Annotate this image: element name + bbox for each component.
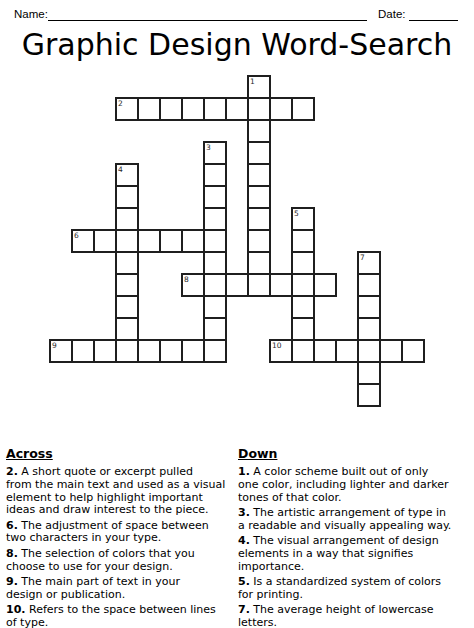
clue-number: 7. xyxy=(238,603,250,616)
across-clue-10: 10. Refers to the space between lines of… xyxy=(6,604,246,628)
grid-cell xyxy=(203,317,227,341)
grid-cell xyxy=(291,97,315,121)
grid-cell xyxy=(291,273,315,297)
grid-cell xyxy=(357,361,381,385)
clue-text: Refers to the space between lines of typ… xyxy=(6,603,216,628)
clue-number: 5. xyxy=(238,575,250,588)
grid-cell xyxy=(291,251,315,275)
grid-cell xyxy=(203,207,227,231)
across-clue-2: 2. A short quote or excerpt pulled from … xyxy=(6,466,246,517)
grid-cell xyxy=(247,185,271,209)
grid-cell xyxy=(203,295,227,319)
clue-text: The main part of text in your design or … xyxy=(6,575,180,601)
grid-cell xyxy=(181,97,205,121)
grid-cell xyxy=(313,339,337,363)
grid-cell xyxy=(115,273,139,297)
clue-number: 9. xyxy=(6,575,18,588)
grid-cell xyxy=(291,339,315,363)
clue-number-in-cell: 1 xyxy=(250,78,255,86)
grid-cell xyxy=(115,185,139,209)
grid-cell xyxy=(203,273,227,297)
grid-cell xyxy=(203,185,227,209)
grid-cell xyxy=(291,295,315,319)
grid-cell xyxy=(269,97,293,121)
grid-cell xyxy=(357,295,381,319)
grid-cell xyxy=(115,251,139,275)
down-clue-3: 3. The artistic arrangement of type in a… xyxy=(238,507,470,533)
grid-cell xyxy=(115,317,139,341)
clue-number: 4. xyxy=(238,534,250,547)
date-blank-line xyxy=(409,19,458,21)
grid-cell xyxy=(115,229,139,253)
clue-number-in-cell: 3 xyxy=(206,144,211,152)
clue-text: The artistic arrangement of type in a re… xyxy=(238,506,451,532)
grid-cell xyxy=(313,273,337,297)
clue-number-in-cell: 6 xyxy=(74,232,79,240)
down-clue-7: 7. The average height of lowercase lette… xyxy=(238,604,470,628)
clue-text: A short quote or excerpt pulled from the… xyxy=(6,465,225,516)
across-clue-6: 6. The adjustment of space between two c… xyxy=(6,520,246,546)
across-clues-section: Across 2. A short quote or excerpt pulle… xyxy=(6,446,246,628)
grid-cell xyxy=(181,339,205,363)
down-clues-section: Down 1. A color scheme built out of only… xyxy=(238,446,470,628)
grid-cell xyxy=(115,207,139,231)
grid-cell xyxy=(247,229,271,253)
name-label: Name: xyxy=(14,8,48,20)
grid-cell xyxy=(225,97,249,121)
grid-cell xyxy=(159,229,183,253)
clue-number-in-cell: 4 xyxy=(118,166,123,174)
grid-cell xyxy=(247,163,271,187)
grid-cell xyxy=(137,97,161,121)
clue-number-in-cell: 10 xyxy=(272,342,282,350)
clue-number: 8. xyxy=(6,547,18,560)
grid-cell xyxy=(203,229,227,253)
clue-text: A color scheme built out of only one col… xyxy=(238,465,449,504)
across-clue-8: 8. The selection of colors that you choo… xyxy=(6,548,246,574)
grid-cell xyxy=(269,273,293,297)
grid-cell xyxy=(247,207,271,231)
clue-number-in-cell: 8 xyxy=(184,276,189,284)
grid-cell xyxy=(225,273,249,297)
clue-number: 10. xyxy=(6,603,26,616)
crossword-grid: 12345678910 xyxy=(49,75,425,407)
grid-cell xyxy=(291,229,315,253)
grid-cell xyxy=(247,251,271,275)
grid-cell xyxy=(203,97,227,121)
across-clue-9: 9. The main part of text in your design … xyxy=(6,576,246,602)
down-clue-5: 5. Is a standardized system of colors fo… xyxy=(238,576,470,602)
clue-text: The visual arrangement of design element… xyxy=(238,534,439,573)
clue-text: The selection of colors that you choose … xyxy=(6,547,195,573)
grid-cell xyxy=(247,273,271,297)
across-heading: Across xyxy=(6,446,246,461)
grid-cell xyxy=(93,339,117,363)
date-label: Date: xyxy=(378,8,406,20)
crossword-worksheet: { "header": { "name_label": "Name:", "da… xyxy=(0,0,474,628)
clue-text: The adjustment of space between two char… xyxy=(6,519,209,545)
clue-number: 1. xyxy=(238,465,250,478)
grid-cell xyxy=(203,339,227,363)
grid-cell xyxy=(357,383,381,407)
name-blank-line xyxy=(48,19,367,21)
down-clue-4: 4. The visual arrangement of design elem… xyxy=(238,535,470,573)
grid-cell xyxy=(159,339,183,363)
clue-number-in-cell: 9 xyxy=(52,342,57,350)
grid-cell xyxy=(357,317,381,341)
grid-cell xyxy=(115,295,139,319)
grid-cell xyxy=(247,119,271,143)
page-title: Graphic Design Word-Search xyxy=(0,27,474,62)
grid-cell xyxy=(357,339,381,363)
grid-cell xyxy=(137,339,161,363)
grid-cell xyxy=(247,141,271,165)
clue-number-in-cell: 7 xyxy=(360,254,365,262)
grid-cell xyxy=(137,229,161,253)
clue-text: The average height of lowercase letters. xyxy=(238,603,434,628)
clue-number-in-cell: 2 xyxy=(118,100,123,108)
grid-cell xyxy=(93,229,117,253)
down-clue-1: 1. A color scheme built out of only one … xyxy=(238,466,470,504)
clue-number: 6. xyxy=(6,519,18,532)
grid-cell xyxy=(335,339,359,363)
grid-cell xyxy=(357,273,381,297)
grid-cell xyxy=(401,339,425,363)
clue-number: 2. xyxy=(6,465,18,478)
grid-cell xyxy=(181,229,205,253)
grid-cell xyxy=(203,251,227,275)
grid-cell xyxy=(203,163,227,187)
grid-cell xyxy=(247,97,271,121)
clue-text: Is a standardized system of colors for p… xyxy=(238,575,441,601)
clue-number-in-cell: 5 xyxy=(294,210,299,218)
clue-number: 3. xyxy=(238,506,250,519)
grid-cell xyxy=(115,339,139,363)
grid-cell xyxy=(291,317,315,341)
grid-cell xyxy=(71,339,95,363)
grid-cell xyxy=(159,97,183,121)
grid-cell xyxy=(379,339,403,363)
down-heading: Down xyxy=(238,446,470,461)
